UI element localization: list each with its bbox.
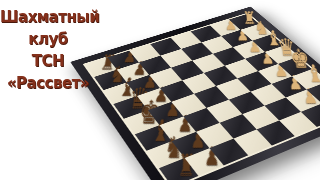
thumbnail-page: Шахматный клуб ТСН «Рассвет» ♜♟♟♜♞♟♟♞♝♟♟… [0,0,320,180]
chessboard-frame: ♜♟♟♜♞♟♟♞♝♟♟♝♛♟♟♛♚♟♟♚♝♟♟♝♞♟♟♞♜♟♟♜ [70,7,320,180]
caption-line-1: Шахматный [0,6,96,28]
caption-line-3: ТСН [0,50,96,72]
light-king-piece: ♚ [288,47,311,73]
club-caption: Шахматный клуб ТСН «Рассвет» [0,6,96,94]
caption-line-4: «Рассвет» [0,72,96,94]
chessboard: ♜♟♟♜♞♟♟♞♝♟♟♝♛♟♟♛♚♟♟♚♝♟♟♝♞♟♟♞♜♟♟♜ [83,13,320,180]
caption-line-2: клуб [0,28,96,50]
